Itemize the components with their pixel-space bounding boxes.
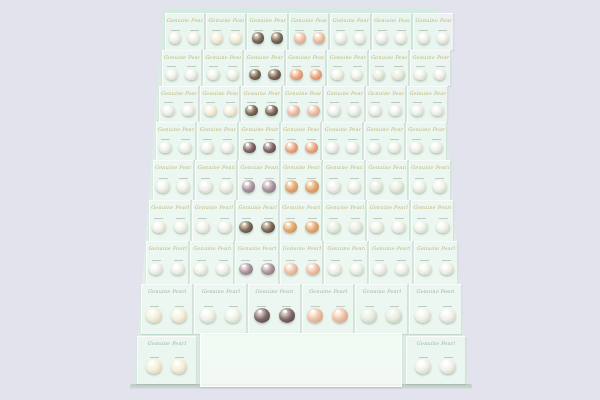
card-slit xyxy=(391,102,400,103)
card-slit xyxy=(329,178,338,179)
pearl-slot xyxy=(331,66,344,80)
card-row-5: Genuine PearlGenuine PearlGenuine PearlG… xyxy=(152,160,451,200)
pearl-highlight xyxy=(210,71,213,73)
pearl-card: Genuine Pearl xyxy=(323,160,365,200)
pearl-slot xyxy=(413,178,427,193)
card-slit xyxy=(311,306,320,307)
pearl-slot xyxy=(171,260,185,275)
pearl-slot xyxy=(146,357,162,374)
pearl-highlight xyxy=(434,106,437,108)
card-script-label: Genuine Pearl xyxy=(238,244,276,252)
card-script-label: Genuine Pearl xyxy=(412,53,449,61)
pearl-slot xyxy=(305,178,319,193)
card-slit xyxy=(289,102,298,103)
pearl-white xyxy=(415,359,431,374)
pearl-highlight xyxy=(330,182,334,184)
pearl-highlight xyxy=(266,182,270,184)
pearl-card: Genuine Pearl xyxy=(409,160,451,200)
pearl-highlight xyxy=(224,143,227,145)
card-script-label: Genuine Pearl xyxy=(197,163,235,171)
pearl-pair xyxy=(242,171,276,201)
card-slit xyxy=(187,66,196,67)
pearl-card: Genuine Pearl xyxy=(197,122,238,160)
pearl-slot xyxy=(390,178,404,193)
pearl-card: Genuine Pearl xyxy=(367,200,410,241)
card-row-6: Genuine PearlGenuine PearlGenuine PearlG… xyxy=(148,200,454,241)
pearl-highlight xyxy=(180,182,184,184)
pearl-slot xyxy=(369,102,382,116)
card-slit xyxy=(265,139,274,140)
pearl-pair xyxy=(328,252,364,285)
pearl-white xyxy=(440,263,454,276)
pearl-cream xyxy=(146,308,162,323)
pearl-pair xyxy=(414,211,450,242)
pearl-card: Genuine Pearl xyxy=(369,241,413,284)
pearl-white xyxy=(418,32,430,43)
pearl-highlight xyxy=(379,34,382,36)
card-script-label: Genuine Pearl xyxy=(371,53,408,61)
pearl-white xyxy=(327,180,341,192)
pearl-pink xyxy=(332,308,348,323)
pearl-card: Genuine Pearl xyxy=(236,200,279,241)
pearl-slot xyxy=(434,66,447,80)
pearl-slot xyxy=(200,306,216,323)
pearl-slot xyxy=(290,66,303,80)
pearl-slot xyxy=(220,178,234,193)
pearl-highlight xyxy=(242,265,246,268)
pearl-card: Genuine Pearl xyxy=(200,86,240,122)
card-slit xyxy=(257,306,266,307)
card-slit xyxy=(174,260,183,261)
pearl-white xyxy=(216,263,230,276)
card-slit xyxy=(159,178,168,179)
card-slit xyxy=(167,66,176,67)
pearl-slot xyxy=(346,139,359,153)
pearl-highlight xyxy=(357,34,360,36)
pearl-highlight xyxy=(214,34,217,36)
pearl-highlight xyxy=(311,310,315,313)
pearl-white xyxy=(433,180,447,192)
pearl-highlight xyxy=(416,182,420,184)
pearl-white xyxy=(182,105,195,117)
card-slit xyxy=(287,139,296,140)
card-slit xyxy=(267,102,276,103)
pearl-white xyxy=(410,142,423,154)
pearl-slot xyxy=(156,178,170,193)
pearl-highlight xyxy=(329,143,332,145)
pearl-highlight xyxy=(332,265,336,268)
pearl-white xyxy=(415,308,431,323)
card-slit xyxy=(201,178,210,179)
pearl-pair xyxy=(239,211,275,242)
pearl-highlight xyxy=(221,223,225,226)
pearl-highlight xyxy=(155,223,159,226)
card-slit xyxy=(370,139,379,140)
pearl-highlight xyxy=(219,265,223,268)
pearl-slot xyxy=(418,260,432,275)
card-script-label: Genuine Pearl xyxy=(413,203,451,211)
pearl-white xyxy=(331,69,344,81)
card-slit xyxy=(204,306,213,307)
pearl-highlight xyxy=(153,265,157,268)
pearl-highlight xyxy=(330,223,334,226)
pearl-slot xyxy=(221,139,234,153)
pearl-pair xyxy=(327,211,363,242)
pearl-pair xyxy=(415,295,456,335)
card-slit xyxy=(219,260,228,261)
pearl-pink xyxy=(287,105,300,117)
pearl-slot xyxy=(188,30,200,44)
card-slit xyxy=(286,218,295,219)
card-slit xyxy=(250,66,259,67)
card-slit xyxy=(270,66,279,67)
pearl-card: Genuine Pearl xyxy=(192,200,235,241)
pearl-silver xyxy=(373,69,386,81)
pearl-slot xyxy=(310,66,323,80)
pearl-display-photo: Genuine PearlGenuine PearlGenuine PearlG… xyxy=(0,0,600,400)
pearl-slot xyxy=(174,218,188,233)
card-slit xyxy=(419,357,428,358)
pearl-white xyxy=(431,105,444,117)
card-slit xyxy=(336,306,345,307)
card-slit xyxy=(164,102,173,103)
pearl-pair xyxy=(156,171,190,201)
pearl-highlight xyxy=(440,223,444,226)
pearl-slot xyxy=(159,139,172,153)
pearl-pair xyxy=(290,61,322,87)
pearl-slot xyxy=(263,139,276,153)
pearl-slot xyxy=(361,306,377,323)
pearl-white xyxy=(346,142,359,154)
card-script-label: Genuine Pearl xyxy=(416,339,454,347)
pearl-white xyxy=(149,263,163,276)
card-slit xyxy=(390,306,399,307)
pearl-slot xyxy=(328,102,341,116)
card-slit xyxy=(206,102,215,103)
pearl-white xyxy=(194,263,208,276)
pearl-slot xyxy=(370,218,384,233)
pearl-slot xyxy=(146,306,162,323)
pearl-pair xyxy=(373,61,405,87)
card-row-8: Genuine PearlGenuine PearlGenuine PearlG… xyxy=(140,284,462,334)
pearl-silver xyxy=(361,308,377,323)
pearl-white xyxy=(166,69,179,81)
card-row-9: Genuine PearlGenuine Pearl xyxy=(136,336,466,384)
pearl-slot xyxy=(245,102,258,116)
pearl-pair xyxy=(199,171,233,201)
pearl-card: Genuine Pearl xyxy=(248,284,301,334)
pearl-white xyxy=(220,180,234,192)
pearl-highlight xyxy=(248,106,251,108)
card-row-2: Genuine PearlGenuine PearlGenuine PearlG… xyxy=(161,50,441,86)
pearl-slot xyxy=(373,66,386,80)
card-slit xyxy=(439,218,448,219)
pearl-card: Genuine Pearl xyxy=(280,200,323,241)
card-script-label: Genuine Pearl xyxy=(155,163,193,171)
pearl-white xyxy=(201,142,214,154)
pearl-highlight xyxy=(258,310,262,313)
pearl-apricot xyxy=(283,221,297,234)
pearl-highlight xyxy=(308,223,312,226)
card-slit xyxy=(373,218,382,219)
pearl-slot xyxy=(287,102,300,116)
pearl-slot xyxy=(437,30,449,44)
pearl-slot xyxy=(171,357,187,374)
pearl-slot xyxy=(284,260,298,275)
pearl-highlight xyxy=(162,143,165,145)
pearl-card: Genuine Pearl xyxy=(281,160,323,200)
pearl-pair xyxy=(370,171,404,201)
pearl-highlight xyxy=(433,143,436,145)
card-slit xyxy=(311,66,320,67)
pearl-pair xyxy=(252,24,283,51)
pearl-highlight xyxy=(418,223,422,226)
pearl-highlight xyxy=(199,223,203,226)
pearl-pair xyxy=(194,252,230,285)
card-slit xyxy=(287,178,296,179)
pearl-highlight xyxy=(398,34,401,36)
pearl-highlight xyxy=(331,106,334,108)
card-slit xyxy=(372,178,381,179)
pearl-card: Genuine Pearl xyxy=(190,241,234,284)
pearl-highlight xyxy=(169,71,172,73)
pearl-card: Genuine Pearl xyxy=(149,200,192,241)
pearl-white xyxy=(436,221,450,234)
pearl-highlight xyxy=(394,182,398,184)
pearl-white xyxy=(414,69,427,81)
pearl-card: Genuine Pearl xyxy=(281,122,322,160)
pearl-pair xyxy=(294,24,325,51)
pearl-pair xyxy=(162,97,195,123)
pearl-card: Genuine Pearl xyxy=(324,86,364,122)
pearl-card: Genuine Pearl xyxy=(244,50,284,86)
pearl-slot xyxy=(348,178,362,193)
pearl-card: Genuine Pearl xyxy=(407,86,447,122)
pearl-highlight xyxy=(440,34,443,36)
pearl-highlight xyxy=(373,106,376,108)
pearl-white xyxy=(200,308,216,323)
card-row-7: Genuine PearlGenuine PearlGenuine PearlG… xyxy=(145,241,458,284)
card-script-label: Genuine Pearl xyxy=(366,125,403,133)
pearl-highlight xyxy=(185,106,188,108)
pearl-white xyxy=(430,142,443,154)
pearl-white xyxy=(177,180,191,192)
card-slit xyxy=(184,102,193,103)
pearl-darkmauve xyxy=(243,142,256,154)
pearl-slot xyxy=(392,66,405,80)
pearl-slot xyxy=(230,30,242,44)
pearl-highlight xyxy=(288,182,292,184)
card-slit xyxy=(420,260,429,261)
pearl-highlight xyxy=(265,223,269,226)
pearl-slot xyxy=(239,260,253,275)
card-slit xyxy=(223,139,232,140)
pearl-slot xyxy=(185,66,198,80)
pearl-slot xyxy=(254,306,270,323)
pearl-slot xyxy=(262,178,276,193)
pearl-slot xyxy=(243,139,256,153)
pearl-card: Genuine Pearl xyxy=(324,241,368,284)
card-slit xyxy=(307,139,316,140)
pearl-card: Genuine Pearl xyxy=(414,241,458,284)
empty-card-panel xyxy=(200,333,402,387)
pearl-slot xyxy=(376,30,388,44)
pearl-highlight xyxy=(177,223,181,226)
card-slit xyxy=(444,357,453,358)
pearl-pair xyxy=(149,252,185,285)
pearl-slot xyxy=(207,66,220,80)
pearl-highlight xyxy=(204,310,208,313)
pearl-white xyxy=(437,32,449,43)
pearl-slot xyxy=(351,66,364,80)
pearl-slot xyxy=(415,357,431,374)
pearl-slot xyxy=(285,178,299,193)
card-script-label: Genuine Pearl xyxy=(329,53,366,61)
pearl-silver xyxy=(327,221,341,234)
card-slit xyxy=(371,102,380,103)
pearl-slot xyxy=(373,260,387,275)
pearl-highlight xyxy=(417,71,420,73)
pearl-highlight xyxy=(230,71,233,73)
pearl-cream xyxy=(211,32,223,43)
card-row-3: Genuine PearlGenuine PearlGenuine PearlG… xyxy=(158,86,444,122)
pearl-highlight xyxy=(349,143,352,145)
card-script-label: Genuine Pearl xyxy=(416,287,454,295)
pearl-card: Genuine Pearl xyxy=(153,160,195,200)
pearl-pair xyxy=(239,252,275,285)
pearl-dark xyxy=(249,69,262,81)
pearl-highlight xyxy=(288,143,291,145)
pearl-white xyxy=(328,263,342,276)
pearl-highlight xyxy=(204,143,207,145)
pearl-highlight xyxy=(419,310,423,313)
pearl-pair xyxy=(249,61,281,87)
pearl-pair xyxy=(243,133,276,161)
card-script-label: Genuine Pearl xyxy=(148,287,186,295)
pearl-slot xyxy=(368,139,381,153)
pearl-highlight xyxy=(268,106,271,108)
pearl-highlight xyxy=(373,182,377,184)
pearl-slot xyxy=(252,30,264,44)
card-slit xyxy=(390,139,399,140)
card-slit xyxy=(295,30,304,31)
pearl-slot xyxy=(285,139,298,153)
pearl-pair xyxy=(327,171,361,201)
card-slit xyxy=(394,66,403,67)
pearl-pair xyxy=(196,211,232,242)
pearl-card: Genuine Pearl xyxy=(280,241,324,284)
pearl-pair xyxy=(331,61,363,87)
pearl-highlight xyxy=(207,106,210,108)
pearl-white xyxy=(369,105,382,117)
pearl-white xyxy=(354,32,366,43)
pearl-slot xyxy=(430,139,443,153)
pearl-slot xyxy=(431,102,444,116)
card-script-label: Genuine Pearl xyxy=(409,89,446,97)
pearl-pair xyxy=(414,61,446,87)
pearl-card: Genuine Pearl xyxy=(238,160,280,200)
card-row-1: Genuine PearlGenuine PearlGenuine PearlG… xyxy=(164,13,438,50)
card-slit xyxy=(292,66,301,67)
pearl-slot xyxy=(261,218,275,233)
pearl-card: Genuine Pearl xyxy=(409,284,462,334)
pearl-white xyxy=(169,32,181,43)
card-slit xyxy=(351,218,360,219)
pearl-highlight xyxy=(396,223,400,226)
pearl-white xyxy=(373,263,387,276)
card-slit xyxy=(220,218,229,219)
pearl-slot xyxy=(328,260,342,275)
pearl-card: Genuine Pearl xyxy=(372,13,412,50)
pearl-darkmauve xyxy=(279,308,295,323)
card-slit xyxy=(179,178,188,179)
pearl-slot xyxy=(418,30,430,44)
pearl-highlight xyxy=(351,106,354,108)
pearl-slot xyxy=(370,178,384,193)
card-slit xyxy=(247,102,256,103)
card-script-label: Genuine Pearl xyxy=(246,53,283,61)
card-script-label: Genuine Pearl xyxy=(166,16,203,24)
pearl-card: Genuine Pearl xyxy=(241,86,281,122)
card-script-label: Genuine Pearl xyxy=(285,89,322,97)
pearl-slot xyxy=(327,218,341,233)
pearl-white xyxy=(413,180,427,192)
pearl-slot xyxy=(313,30,325,44)
pearl-highlight xyxy=(175,265,179,268)
pearl-highlight xyxy=(436,182,440,184)
card-script-label: Genuine Pearl xyxy=(288,53,325,61)
card-script-label: Genuine Pearl xyxy=(160,89,197,97)
pearl-white xyxy=(392,221,406,234)
pearl-slot xyxy=(224,102,237,116)
pearl-white xyxy=(221,142,234,154)
card-slit xyxy=(375,260,384,261)
pearl-cream xyxy=(171,308,187,323)
pearl-slot xyxy=(440,357,456,374)
pearl-slot xyxy=(332,306,348,323)
card-slit xyxy=(436,66,445,67)
pearl-highlight xyxy=(421,265,425,268)
pearl-slot xyxy=(414,218,428,233)
card-slit xyxy=(412,139,421,140)
pearl-highlight xyxy=(229,310,233,313)
pearl-slot xyxy=(386,306,402,323)
pearl-highlight xyxy=(271,71,274,73)
pearl-slot xyxy=(196,218,210,233)
pearl-slot xyxy=(249,66,262,80)
pearl-pair xyxy=(207,61,239,87)
card-slit xyxy=(181,139,190,140)
card-script-label: Genuine Pearl xyxy=(240,163,278,171)
pearl-highlight xyxy=(354,265,358,268)
card-slit xyxy=(231,30,240,31)
pearl-slot xyxy=(307,102,320,116)
pearl-card: Genuine Pearl xyxy=(330,13,370,50)
pearl-slot xyxy=(440,260,454,275)
pearl-slot xyxy=(411,102,424,116)
card-slit xyxy=(397,30,406,31)
pearl-card: Genuine Pearl xyxy=(302,284,355,334)
pearl-highlight xyxy=(296,34,299,36)
pearl-highlight xyxy=(197,265,201,268)
pearl-slot xyxy=(440,306,456,323)
pearl-card: Genuine Pearl xyxy=(195,160,237,200)
card-slit xyxy=(176,218,185,219)
pearl-white xyxy=(351,69,364,81)
pearl-white xyxy=(440,308,456,323)
pearl-highlight xyxy=(172,34,175,36)
card-script-label: Genuine Pearl xyxy=(374,16,411,24)
